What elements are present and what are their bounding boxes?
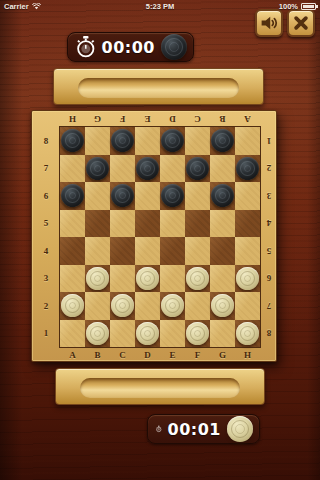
white-timer-piece xyxy=(227,416,253,442)
square-e4[interactable] xyxy=(160,237,185,265)
rank-label: 5 xyxy=(32,210,60,238)
white-man-c2[interactable] xyxy=(111,294,134,317)
square-g7[interactable] xyxy=(210,155,235,183)
file-label: D xyxy=(160,111,185,127)
rank-labels-right: 87654321 xyxy=(260,127,278,347)
file-label: E xyxy=(135,111,160,127)
square-b7[interactable] xyxy=(85,155,110,183)
white-man-e2[interactable] xyxy=(161,294,184,317)
white-man-h3[interactable] xyxy=(236,267,259,290)
clock-label: 5:23 PM xyxy=(0,2,320,11)
file-label: F xyxy=(185,347,210,363)
file-labels-bottom: ABCDEFGH xyxy=(60,347,260,363)
rank-label: 4 xyxy=(260,210,278,238)
top-tray-groove xyxy=(78,78,239,98)
square-c5[interactable] xyxy=(110,210,135,238)
white-man-f3[interactable] xyxy=(186,267,209,290)
black-man-a6[interactable] xyxy=(61,184,84,207)
square-e1[interactable] xyxy=(160,320,185,348)
square-d3[interactable] xyxy=(135,265,160,293)
bottom-tray-groove xyxy=(80,378,240,398)
rank-label: 2 xyxy=(32,292,60,320)
square-c8[interactable] xyxy=(110,127,135,155)
white-timer-value: 00:01 xyxy=(168,420,221,439)
square-a7[interactable] xyxy=(60,155,85,183)
file-label: C xyxy=(185,111,210,127)
square-f7[interactable] xyxy=(185,155,210,183)
white-man-d1[interactable] xyxy=(136,322,159,345)
square-e7[interactable] xyxy=(160,155,185,183)
square-c1[interactable] xyxy=(110,320,135,348)
rank-label: 3 xyxy=(260,182,278,210)
rank-label: 3 xyxy=(32,265,60,293)
battery-percent-label: 100% xyxy=(279,2,298,11)
rank-label: 4 xyxy=(32,237,60,265)
square-a3[interactable] xyxy=(60,265,85,293)
square-a2[interactable] xyxy=(60,292,85,320)
file-label: G xyxy=(85,111,110,127)
white-man-b3[interactable] xyxy=(86,267,109,290)
file-labels-top: ABCDEFGH xyxy=(60,111,260,127)
square-e8[interactable] xyxy=(160,127,185,155)
square-h3[interactable] xyxy=(235,265,260,293)
square-h7[interactable] xyxy=(235,155,260,183)
square-d8[interactable] xyxy=(135,127,160,155)
file-label: B xyxy=(210,111,235,127)
sound-button[interactable] xyxy=(255,9,283,37)
rank-label: 1 xyxy=(32,320,60,348)
black-man-c8[interactable] xyxy=(111,129,134,152)
square-f1[interactable] xyxy=(185,320,210,348)
rank-label: 6 xyxy=(32,182,60,210)
square-e2[interactable] xyxy=(160,292,185,320)
square-f2[interactable] xyxy=(185,292,210,320)
white-man-b1[interactable] xyxy=(86,322,109,345)
square-c6[interactable] xyxy=(110,182,135,210)
black-timer-value: 00:00 xyxy=(102,38,155,57)
square-a8[interactable] xyxy=(60,127,85,155)
rank-label: 8 xyxy=(260,320,278,348)
file-label: A xyxy=(235,111,260,127)
square-d6[interactable] xyxy=(135,182,160,210)
square-c7[interactable] xyxy=(110,155,135,183)
stopwatch-icon xyxy=(76,35,96,59)
rank-label: 5 xyxy=(260,237,278,265)
checkers-app-screen: Carrier 5:23 PM 100% xyxy=(0,0,320,480)
square-g2[interactable] xyxy=(210,292,235,320)
square-b2[interactable] xyxy=(85,292,110,320)
rank-label: 1 xyxy=(260,127,278,155)
rank-label: 7 xyxy=(260,292,278,320)
square-e3[interactable] xyxy=(160,265,185,293)
square-h4[interactable] xyxy=(235,237,260,265)
square-b6[interactable] xyxy=(85,182,110,210)
stopwatch-icon xyxy=(156,417,162,441)
file-label: G xyxy=(210,347,235,363)
square-b8[interactable] xyxy=(85,127,110,155)
white-man-d3[interactable] xyxy=(136,267,159,290)
square-a6[interactable] xyxy=(60,182,85,210)
square-b5[interactable] xyxy=(85,210,110,238)
board-grid xyxy=(60,127,260,347)
white-man-a2[interactable] xyxy=(61,294,84,317)
square-d2[interactable] xyxy=(135,292,160,320)
rank-label: 6 xyxy=(260,265,278,293)
file-label: C xyxy=(110,347,135,363)
black-man-f7[interactable] xyxy=(186,157,209,180)
battery-icon xyxy=(301,3,316,10)
black-man-c6[interactable] xyxy=(111,184,134,207)
rank-label: 7 xyxy=(32,155,60,183)
carrier-label: Carrier xyxy=(4,2,29,11)
square-c2[interactable] xyxy=(110,292,135,320)
square-h2[interactable] xyxy=(235,292,260,320)
top-capture-tray xyxy=(53,68,264,105)
square-h1[interactable] xyxy=(235,320,260,348)
square-d1[interactable] xyxy=(135,320,160,348)
file-label: H xyxy=(60,111,85,127)
file-label: F xyxy=(110,111,135,127)
rank-label: 8 xyxy=(32,127,60,155)
square-g1[interactable] xyxy=(210,320,235,348)
square-g5[interactable] xyxy=(210,210,235,238)
square-a5[interactable] xyxy=(60,210,85,238)
square-a1[interactable] xyxy=(60,320,85,348)
black-man-g6[interactable] xyxy=(211,184,234,207)
square-d7[interactable] xyxy=(135,155,160,183)
status-bar: Carrier 5:23 PM 100% xyxy=(0,0,320,12)
square-g6[interactable] xyxy=(210,182,235,210)
square-f5[interactable] xyxy=(185,210,210,238)
square-b3[interactable] xyxy=(85,265,110,293)
white-timer-panel: 00:01 xyxy=(147,414,260,444)
speaker-icon xyxy=(259,14,279,32)
square-h8[interactable] xyxy=(235,127,260,155)
square-d5[interactable] xyxy=(135,210,160,238)
square-f4[interactable] xyxy=(185,237,210,265)
bottom-capture-tray xyxy=(55,368,265,405)
black-man-a8[interactable] xyxy=(61,129,84,152)
black-man-e8[interactable] xyxy=(161,129,184,152)
black-timer-panel: 00:00 xyxy=(67,32,194,62)
square-b4[interactable] xyxy=(85,237,110,265)
square-c4[interactable] xyxy=(110,237,135,265)
square-g3[interactable] xyxy=(210,265,235,293)
square-f6[interactable] xyxy=(185,182,210,210)
square-b1[interactable] xyxy=(85,320,110,348)
black-man-g8[interactable] xyxy=(211,129,234,152)
square-f3[interactable] xyxy=(185,265,210,293)
square-c3[interactable] xyxy=(110,265,135,293)
wifi-icon xyxy=(32,3,41,10)
square-a4[interactable] xyxy=(60,237,85,265)
file-label: D xyxy=(135,347,160,363)
file-label: B xyxy=(85,347,110,363)
square-h5[interactable] xyxy=(235,210,260,238)
square-e6[interactable] xyxy=(160,182,185,210)
black-man-h7[interactable] xyxy=(236,157,259,180)
square-f8[interactable] xyxy=(185,127,210,155)
square-e5[interactable] xyxy=(160,210,185,238)
file-label: A xyxy=(60,347,85,363)
checkers-board: ABCDEFGH 87654321 87654321 ABCDEFGH xyxy=(31,110,277,362)
white-man-g2[interactable] xyxy=(211,294,234,317)
file-label: E xyxy=(160,347,185,363)
square-g4[interactable] xyxy=(210,237,235,265)
black-man-e6[interactable] xyxy=(161,184,184,207)
rank-label: 2 xyxy=(260,155,278,183)
square-g8[interactable] xyxy=(210,127,235,155)
file-label: H xyxy=(235,347,260,363)
white-man-f1[interactable] xyxy=(186,322,209,345)
close-button[interactable] xyxy=(287,9,315,37)
rank-labels-left: 87654321 xyxy=(32,127,60,347)
square-h6[interactable] xyxy=(235,182,260,210)
black-man-b7[interactable] xyxy=(86,157,109,180)
black-man-d7[interactable] xyxy=(136,157,159,180)
x-icon xyxy=(292,14,310,32)
square-d4[interactable] xyxy=(135,237,160,265)
black-timer-piece xyxy=(161,34,187,60)
white-man-h1[interactable] xyxy=(236,322,259,345)
